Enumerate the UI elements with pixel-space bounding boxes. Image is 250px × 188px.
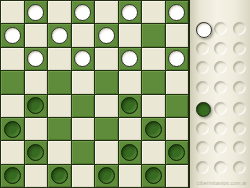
dark-square[interactable]: ⛀ xyxy=(25,48,48,70)
dark-square[interactable]: ⛀ xyxy=(1,24,24,46)
tray-slot xyxy=(233,102,246,115)
tray-slot xyxy=(196,61,209,74)
white-checker[interactable]: ⛀ xyxy=(121,50,138,67)
light-square xyxy=(166,165,189,187)
dark-square[interactable] xyxy=(95,118,118,140)
dark-square[interactable]: ⛂ xyxy=(25,141,48,163)
light-square xyxy=(1,1,24,23)
white-checker[interactable]: ⛀ xyxy=(121,4,138,21)
light-square xyxy=(72,165,95,187)
captured-white-area: ⛀ xyxy=(190,19,250,97)
green-checker[interactable]: ⛂ xyxy=(4,167,21,184)
tray-slot xyxy=(196,81,209,94)
green-checker[interactable]: ⛂ xyxy=(168,144,185,161)
light-square xyxy=(25,118,48,140)
dark-square[interactable]: ⛀ xyxy=(166,1,189,23)
dark-square[interactable]: ⛀ xyxy=(72,48,95,70)
dark-square[interactable]: ⛂ xyxy=(119,95,142,117)
tray-slot: ⛀ xyxy=(196,22,209,35)
light-square xyxy=(48,95,71,117)
dark-square[interactable] xyxy=(1,71,24,93)
dark-square[interactable]: ⛀ xyxy=(72,1,95,23)
light-square xyxy=(1,141,24,163)
green-checker[interactable]: ⛂ xyxy=(27,144,44,161)
white-checker[interactable]: ⛀ xyxy=(168,50,185,67)
dark-square[interactable]: ⛂ xyxy=(25,95,48,117)
light-square xyxy=(119,165,142,187)
light-square xyxy=(25,165,48,187)
light-square xyxy=(25,71,48,93)
dark-square[interactable] xyxy=(48,118,71,140)
light-square xyxy=(142,48,165,70)
light-square xyxy=(48,48,71,70)
green-checker[interactable]: ⛂ xyxy=(121,144,138,161)
tray-slot xyxy=(233,61,246,74)
white-checker[interactable]: ⛀ xyxy=(27,4,44,21)
green-checker[interactable]: ⛂ xyxy=(145,121,162,138)
dark-square[interactable]: ⛀ xyxy=(119,48,142,70)
light-square xyxy=(95,1,118,23)
captured-green-area: ⛂ xyxy=(190,99,250,177)
dark-square[interactable]: ⛂ xyxy=(142,118,165,140)
light-square xyxy=(119,71,142,93)
green-checker[interactable]: ⛂ xyxy=(98,167,115,184)
tray-slot xyxy=(233,141,246,154)
tray-slot xyxy=(196,42,209,55)
tray-slot xyxy=(214,141,227,154)
tray-slot xyxy=(233,161,246,174)
light-square xyxy=(142,141,165,163)
green-checker[interactable]: ⛂ xyxy=(145,167,162,184)
dark-square[interactable] xyxy=(72,95,95,117)
green-checker[interactable]: ⛂ xyxy=(4,121,21,138)
dark-square[interactable]: ⛂ xyxy=(48,165,71,187)
tray-slot xyxy=(214,122,227,135)
light-square xyxy=(72,71,95,93)
green-checker[interactable]: ⛂ xyxy=(121,97,138,114)
tray-slot xyxy=(233,81,246,94)
light-square xyxy=(142,95,165,117)
light-square xyxy=(166,71,189,93)
dark-square[interactable]: ⛂ xyxy=(1,118,24,140)
dark-square[interactable]: ⛂ xyxy=(142,165,165,187)
light-square xyxy=(1,95,24,117)
tray-slot xyxy=(233,122,246,135)
dark-square[interactable]: ⛀ xyxy=(25,1,48,23)
light-square xyxy=(166,24,189,46)
light-square xyxy=(72,118,95,140)
tray-slot xyxy=(196,141,209,154)
white-checker[interactable]: ⛀ xyxy=(74,50,91,67)
light-square xyxy=(142,1,165,23)
white-checker[interactable]: ⛀ xyxy=(98,27,115,44)
dark-square[interactable]: ⛂ xyxy=(1,165,24,187)
light-square xyxy=(166,118,189,140)
light-square xyxy=(95,141,118,163)
green-checker[interactable]: ⛂ xyxy=(51,167,68,184)
dark-square[interactable]: ⛂ xyxy=(119,141,142,163)
dark-square[interactable] xyxy=(48,71,71,93)
dark-square[interactable] xyxy=(166,95,189,117)
tray-slot xyxy=(214,22,227,35)
tray-slot: ⛂ xyxy=(196,102,209,115)
captured-pieces-tray: ⛀ ⛂ cibermitanios.com.ar xyxy=(190,0,250,188)
tray-slot xyxy=(214,61,227,74)
light-square xyxy=(95,95,118,117)
white-checker[interactable]: ⛀ xyxy=(196,22,212,38)
site-watermark: cibermitanios.com.ar xyxy=(197,180,247,186)
tray-slot xyxy=(233,42,246,55)
tray-slot xyxy=(233,22,246,35)
light-square xyxy=(119,118,142,140)
light-square xyxy=(119,24,142,46)
light-square xyxy=(1,48,24,70)
tray-slot xyxy=(214,102,227,115)
dark-square[interactable]: ⛂ xyxy=(95,165,118,187)
tray-slot xyxy=(214,81,227,94)
light-square xyxy=(25,24,48,46)
white-checker[interactable]: ⛀ xyxy=(51,27,68,44)
dark-square[interactable]: ⛀ xyxy=(48,24,71,46)
white-checker[interactable]: ⛀ xyxy=(74,4,91,21)
tray-slot xyxy=(214,42,227,55)
dark-square[interactable]: ⛀ xyxy=(119,1,142,23)
white-checker[interactable]: ⛀ xyxy=(168,4,185,21)
white-checker[interactable]: ⛀ xyxy=(27,50,44,67)
light-square xyxy=(48,141,71,163)
checkers-board: ⛀⛀⛀⛀⛀⛀⛀⛀⛀⛀⛀⛂⛂⛂⛂⛂⛂⛂⛂⛂⛂⛂ xyxy=(0,0,190,188)
tray-slot xyxy=(196,161,209,174)
dark-square[interactable]: ⛀ xyxy=(95,24,118,46)
dark-square[interactable] xyxy=(72,141,95,163)
dark-square[interactable] xyxy=(142,71,165,93)
dark-square[interactable]: ⛂ xyxy=(166,141,189,163)
green-checker[interactable]: ⛂ xyxy=(196,102,211,117)
light-square xyxy=(48,1,71,23)
checkers-game-window: ⛀⛀⛀⛀⛀⛀⛀⛀⛀⛀⛀⛂⛂⛂⛂⛂⛂⛂⛂⛂⛂⛂ ⛀ ⛂ cibermitanios… xyxy=(0,0,250,188)
white-checker[interactable]: ⛀ xyxy=(4,27,21,44)
light-square xyxy=(72,24,95,46)
dark-square[interactable] xyxy=(142,24,165,46)
tray-slot xyxy=(214,161,227,174)
light-square xyxy=(95,48,118,70)
green-checker[interactable]: ⛂ xyxy=(27,97,44,114)
dark-square[interactable]: ⛀ xyxy=(166,48,189,70)
tray-slot xyxy=(196,122,209,135)
dark-square[interactable] xyxy=(95,71,118,93)
